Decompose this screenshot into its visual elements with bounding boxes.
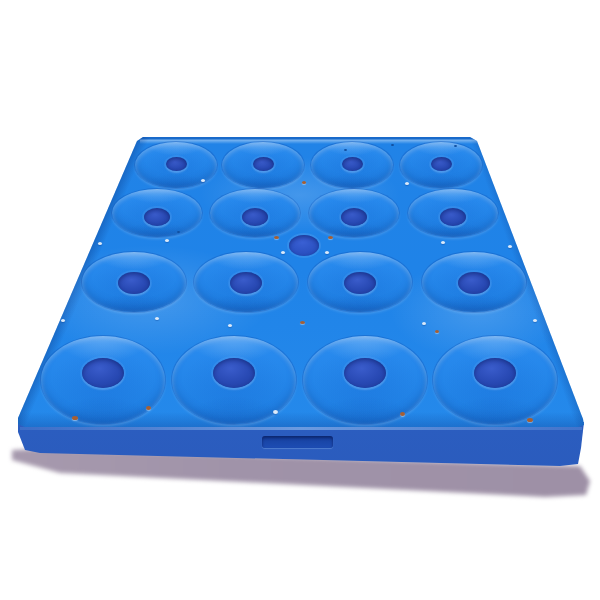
handle-slot (262, 436, 333, 448)
cavity-hole-r2c2 (242, 208, 268, 226)
front-edge-highlight (20, 427, 582, 430)
rivet-speck (72, 416, 78, 420)
rivet-speck (98, 242, 102, 245)
rivet-speck (165, 239, 169, 242)
rivet-speck (155, 317, 159, 320)
rivet-speck (533, 319, 537, 322)
rivet-speck (527, 418, 533, 422)
rivet-speck (300, 321, 305, 324)
rivet-speck (454, 145, 457, 147)
cavity-hole-r2c4 (440, 208, 466, 226)
rivet-speck (274, 236, 279, 239)
rivet-speck (146, 406, 151, 410)
rivet-speck (61, 319, 65, 322)
cavity-hole-r3c1 (118, 272, 150, 294)
rivet-speck (422, 322, 426, 325)
rivet-speck (508, 245, 512, 248)
rivet-speck (328, 236, 333, 239)
cavity-hole-r2c1 (144, 208, 170, 226)
cavity-hole-r1c1 (166, 157, 187, 171)
rivet-speck (325, 251, 329, 254)
rivet-speck (405, 182, 409, 185)
cavity-hole-r1c4 (431, 157, 452, 171)
rivet-speck (273, 410, 278, 414)
cavity-hole-r4c4 (474, 358, 516, 388)
cavity-hole-r3c4 (458, 272, 490, 294)
cavity-hole-r4c1 (82, 358, 124, 388)
rivet-speck (435, 330, 439, 333)
rivet-speck (201, 179, 205, 182)
rivet-speck (302, 181, 306, 184)
cavity-hole-r4c2 (213, 358, 255, 388)
rivet-speck (441, 241, 445, 244)
rivet-speck (391, 144, 394, 146)
cavity-hole-r4c3 (344, 358, 386, 388)
rivet-speck (400, 412, 405, 416)
cavity-hole-r3c3 (344, 272, 376, 294)
product-photo-canvas (0, 0, 600, 600)
center-hole (289, 235, 319, 256)
rivet-speck (281, 251, 285, 254)
cavity-hole-r2c3 (341, 208, 367, 226)
rivet-speck (228, 324, 232, 327)
cavity-hole-r1c2 (253, 157, 274, 171)
rivet-speck (177, 231, 180, 233)
cavity-hole-r1c3 (342, 157, 363, 171)
rivet-speck (344, 149, 347, 151)
cavity-hole-r3c2 (230, 272, 262, 294)
